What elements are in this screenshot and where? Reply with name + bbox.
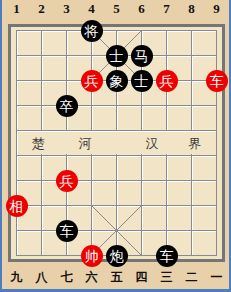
file-label-top: 4 — [88, 1, 95, 17]
file-label-top: 1 — [13, 1, 20, 17]
file-label-bottom: 三 — [161, 269, 173, 286]
point-marker — [183, 72, 200, 89]
point-marker — [33, 72, 50, 89]
file-label-bottom: 二 — [186, 269, 198, 286]
point-marker — [33, 197, 50, 214]
file-label-top: 7 — [163, 1, 170, 17]
file-label-top: 9 — [213, 1, 220, 17]
file-label-top: 5 — [113, 1, 120, 17]
piece-black-elephant[interactable]: 象 — [106, 70, 128, 92]
file-label-top: 6 — [138, 1, 145, 17]
piece-black-chariot[interactable]: 车 — [56, 220, 78, 242]
piece-black-horse[interactable]: 马 — [131, 45, 153, 67]
point-marker — [183, 197, 200, 214]
piece-black-advisor[interactable]: 士 — [131, 70, 153, 92]
point-marker — [158, 172, 175, 189]
point-marker — [208, 97, 225, 114]
piece-black-cannon[interactable]: 炮 — [106, 245, 128, 267]
file-label-bottom: 一 — [211, 269, 223, 286]
piece-red-soldier[interactable]: 兵 — [56, 170, 78, 192]
point-marker — [158, 97, 175, 114]
piece-red-elephant[interactable]: 相 — [6, 195, 28, 217]
file-label-top: 3 — [63, 1, 70, 17]
file-label-bottom: 五 — [111, 269, 123, 286]
file-label-bottom: 九 — [11, 269, 23, 286]
file-label-top: 2 — [38, 1, 45, 17]
piece-red-chariot[interactable]: 车 — [206, 70, 228, 92]
piece-red-soldier[interactable]: 兵 — [156, 70, 178, 92]
xiangqi-app-window: 123456789 楚河汉界 将士马兵象士兵车卒兵相车帅炮车 九八七六五四三二一 — [0, 0, 231, 292]
point-marker — [8, 97, 25, 114]
file-label-bottom: 七 — [61, 269, 73, 286]
point-marker — [8, 172, 25, 189]
board-playing-area: 楚河汉界 将士马兵象士兵车卒兵相车帅炮车 — [11, 27, 222, 259]
piece-black-chariot[interactable]: 车 — [156, 245, 178, 267]
file-label-bottom: 六 — [86, 269, 98, 286]
point-marker — [108, 172, 125, 189]
piece-red-general[interactable]: 帅 — [81, 245, 103, 267]
file-label-bottom: 八 — [36, 269, 48, 286]
piece-red-soldier[interactable]: 兵 — [81, 70, 103, 92]
piece-black-soldier[interactable]: 卒 — [56, 95, 78, 117]
xiangqi-board[interactable]: 楚河汉界 将士马兵象士兵车卒兵相车帅炮车 — [8, 24, 225, 262]
file-label-bottom: 四 — [136, 269, 148, 286]
piece-black-advisor[interactable]: 士 — [106, 45, 128, 67]
point-marker — [208, 172, 225, 189]
piece-black-general[interactable]: 将 — [81, 20, 103, 42]
file-label-top: 8 — [188, 1, 195, 17]
point-marker — [108, 97, 125, 114]
